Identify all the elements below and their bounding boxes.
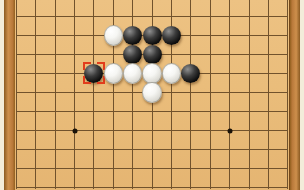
board-cell bbox=[181, 64, 200, 83]
board-cell bbox=[162, 26, 181, 45]
board-cell bbox=[123, 64, 142, 83]
gomoku-board[interactable] bbox=[7, 6, 298, 190]
black-stone bbox=[143, 45, 162, 64]
black-stone bbox=[181, 64, 200, 83]
black-stone bbox=[162, 26, 181, 45]
board-cell bbox=[104, 64, 123, 83]
board-cell bbox=[142, 26, 161, 45]
black-stone bbox=[143, 26, 162, 45]
white-stone bbox=[104, 25, 123, 46]
black-stone bbox=[123, 26, 142, 45]
white-stone bbox=[123, 63, 142, 84]
board-cell bbox=[162, 64, 181, 83]
board-cell bbox=[142, 83, 161, 102]
board-viewport bbox=[0, 0, 304, 190]
white-stone bbox=[142, 82, 161, 103]
board-cell bbox=[142, 45, 161, 64]
board-cell bbox=[123, 26, 142, 45]
black-stone bbox=[84, 64, 103, 83]
board-cell bbox=[84, 64, 103, 83]
black-stone bbox=[123, 45, 142, 64]
board-cell bbox=[123, 45, 142, 64]
board-cell bbox=[142, 64, 161, 83]
white-stone bbox=[104, 63, 123, 84]
white-stone bbox=[162, 63, 181, 84]
white-stone bbox=[142, 63, 161, 84]
board-cell bbox=[104, 26, 123, 45]
